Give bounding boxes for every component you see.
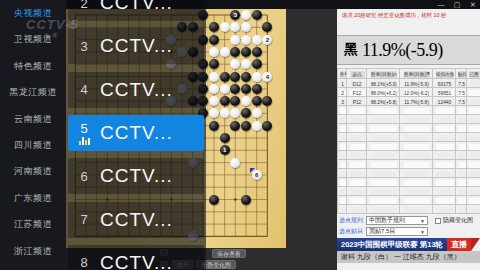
- cell: [468, 88, 479, 95]
- cell: [457, 106, 466, 113]
- empty-row: [338, 124, 480, 133]
- rule-label: 选点规则: [339, 216, 363, 225]
- cell: 60175: [435, 79, 453, 86]
- empty-row: [338, 115, 480, 124]
- white-stone: 4: [262, 72, 272, 82]
- channel-number: 5: [68, 121, 100, 145]
- cell: [457, 133, 466, 140]
- cell: [468, 178, 479, 185]
- black-stone: [241, 195, 251, 205]
- black-stone: [220, 72, 230, 82]
- cell: [370, 133, 396, 140]
- cell: [349, 115, 365, 122]
- black-stone: [209, 121, 219, 131]
- cell: [468, 124, 479, 131]
- cell: [370, 124, 396, 131]
- black-stone: [252, 59, 262, 69]
- empty-row: [338, 151, 480, 160]
- empty-row: [338, 133, 480, 142]
- checkbox-box[interactable]: [435, 218, 441, 224]
- empty-row: [338, 169, 480, 178]
- cell: [457, 169, 466, 176]
- maximize-button[interactable]: ▢: [452, 0, 462, 9]
- white-stone: [230, 35, 240, 45]
- candidate-row[interactable]: 3P1288.2%(+5.8)11.7%(-5.8)124407.5: [338, 97, 480, 106]
- cell: [349, 196, 365, 203]
- watermark-logo: CCTV-5: [26, 17, 78, 32]
- empty-row: [338, 106, 480, 115]
- checkbox-label: 隐藏变化图: [443, 216, 473, 225]
- cell: [370, 151, 396, 158]
- white-stone: [220, 22, 230, 32]
- channel-row-7[interactable]: 7CCTV...: [68, 202, 204, 238]
- channel-row-5[interactable]: 5CCTV...: [68, 115, 204, 151]
- sidebar-item-4[interactable]: 云南频道: [0, 108, 66, 130]
- white-stone: [241, 35, 251, 45]
- cell: 88.1%(+5.9): [370, 79, 396, 86]
- cell: [403, 133, 429, 140]
- black-stone: [252, 84, 262, 94]
- black-stone: [230, 72, 240, 82]
- cell: [468, 205, 479, 212]
- watermark-sub: 体育: [26, 32, 78, 38]
- cell: D12: [349, 79, 365, 86]
- black-stone: [220, 133, 230, 143]
- cell: [338, 187, 345, 194]
- cell: [349, 160, 365, 167]
- channel-number: 4: [68, 82, 100, 97]
- cell: [468, 187, 479, 194]
- chevron-down-icon: ▼: [420, 229, 425, 235]
- cell: [403, 196, 429, 203]
- black-stone: [241, 121, 251, 131]
- cell: [338, 178, 345, 185]
- black-stone: [241, 47, 251, 57]
- cell: [403, 187, 429, 194]
- cell: [338, 106, 345, 113]
- cell: [338, 196, 345, 203]
- cell: [349, 187, 365, 194]
- sidebar-item-6[interactable]: 河南频道: [0, 160, 66, 182]
- analysis-status-text: 请求 20路研究 绝艺变化图成功，耗时 10 秒: [342, 12, 446, 20]
- cell: [468, 97, 479, 104]
- cell: [457, 142, 466, 149]
- cell: [403, 124, 429, 131]
- channel-number-text: 5: [80, 121, 87, 136]
- cell: [468, 169, 479, 176]
- cell: 88.2%(+5.8): [370, 97, 396, 104]
- cell: [435, 106, 453, 113]
- cell: 7.5: [457, 88, 466, 95]
- channel-number-text: 4: [80, 82, 87, 97]
- cell: [457, 124, 466, 131]
- cell: [370, 178, 396, 185]
- black-winrate-value: 11.9%(-5.9): [362, 40, 443, 61]
- col-header: 模拟次数: [435, 70, 453, 78]
- channel-number: 6: [68, 169, 100, 184]
- channel-row-2[interactable]: 2CCTV...: [68, 0, 204, 21]
- cell: [435, 205, 453, 212]
- cell: [370, 169, 396, 176]
- black-stone: [220, 96, 230, 106]
- chevron-down-icon: ▼: [420, 218, 425, 224]
- now-playing-equalizer-icon: [79, 137, 90, 145]
- black-stone: [209, 35, 219, 45]
- cell: [457, 160, 466, 167]
- black-stone: [209, 195, 219, 205]
- white-stone: [220, 47, 230, 57]
- white-stone: [230, 158, 240, 168]
- cell: [338, 160, 345, 167]
- cell: [403, 151, 429, 158]
- channel-number: 3: [68, 39, 100, 54]
- black-stone: [252, 96, 262, 106]
- channel-label: CCTV...: [100, 0, 173, 14]
- sidebar-item-10[interactable]: 山东频道: [0, 266, 66, 270]
- candidate-moves-table: 序号选点胜率(目数)白胜率(目数)黑模拟次数贴目已用1D1288.1%(+5.9…: [337, 68, 480, 214]
- cell: [349, 151, 365, 158]
- white-stone: [252, 72, 262, 82]
- cell: [338, 205, 345, 212]
- cell: [468, 133, 479, 140]
- cell: [403, 205, 429, 212]
- channel-row-4[interactable]: 4CCTV...: [68, 72, 204, 108]
- channel-number-text: 3: [80, 39, 87, 54]
- channel-number-text: 6: [80, 169, 87, 184]
- white-stone: [252, 121, 262, 131]
- channel-number-text: 8: [80, 255, 87, 270]
- cell: [338, 151, 345, 158]
- banner-arrow-shape: [471, 238, 480, 251]
- cell: [403, 142, 429, 149]
- cell: 59651: [435, 88, 453, 95]
- white-stone: 2: [262, 35, 272, 45]
- cell: [457, 187, 466, 194]
- cell: [403, 178, 429, 185]
- empty-row: [338, 187, 480, 196]
- cell: [370, 115, 396, 122]
- cell: [457, 178, 466, 185]
- cell: [370, 160, 396, 167]
- cell: [403, 115, 429, 122]
- players-line: 谢科 九段（白） 一 江维杰 九段（黑）: [337, 251, 480, 263]
- sidebar-item-9[interactable]: 浙江频道: [0, 240, 66, 262]
- cell: [468, 79, 479, 86]
- empty-row: [338, 205, 480, 214]
- cell: 7.5: [457, 97, 466, 104]
- sidebar-item-7[interactable]: 广东频道: [0, 187, 66, 209]
- white-stone: [252, 35, 262, 45]
- empty-row: [338, 178, 480, 187]
- cell: [468, 160, 479, 167]
- live-badge: 直播: [447, 238, 471, 251]
- hide-variation-checkbox[interactable]: 隐藏变化图: [435, 216, 473, 225]
- window-controls: — ▢ ✕: [436, 0, 478, 9]
- cell: [338, 169, 345, 176]
- close-button[interactable]: ✕: [468, 0, 478, 9]
- channel-label: CCTV...: [100, 209, 173, 231]
- cell: [468, 151, 479, 158]
- channel-label: CCTV...: [100, 79, 173, 101]
- cell: 11.7%(-5.8): [403, 97, 429, 104]
- channel-number-text: 2: [80, 0, 87, 11]
- cell: [435, 187, 453, 194]
- candidate-row[interactable]: 1D1288.1%(+5.9)11.9%(-5.9)601757.5: [338, 79, 480, 88]
- channel-row-3[interactable]: 3CCTV...: [68, 28, 204, 64]
- cell: [457, 205, 466, 212]
- komi-select-value: 黑贴7.5目: [369, 227, 395, 236]
- komi-label: 选点贴目: [339, 227, 363, 236]
- cell: [349, 124, 365, 131]
- cell: [403, 169, 429, 176]
- channel-number-text: 7: [80, 212, 87, 227]
- channel-number: 2: [68, 0, 100, 11]
- cell: [370, 196, 396, 203]
- rule-row: 选点规则 中国数子规则 ▼ 隐藏变化图: [339, 215, 480, 226]
- cell: [349, 169, 365, 176]
- white-stone: [241, 10, 251, 20]
- cell: 2: [338, 88, 345, 95]
- cell: [435, 178, 453, 185]
- cell: 3: [338, 97, 345, 104]
- cell: [468, 196, 479, 203]
- cell: 1: [338, 79, 345, 86]
- cell: [370, 187, 396, 194]
- cell: [435, 133, 453, 140]
- empty-row: [338, 160, 480, 169]
- event-title: 2023中国围棋甲级联赛 第13轮: [337, 238, 447, 251]
- black-label: 黑: [344, 41, 358, 59]
- white-stone: [209, 72, 219, 82]
- channel-label: CCTV...: [100, 35, 173, 57]
- channel-number: 7: [68, 212, 100, 227]
- cell: [349, 205, 365, 212]
- cell: [435, 196, 453, 203]
- cell: [457, 115, 466, 122]
- channel-label: CCTV...: [100, 252, 173, 270]
- cell: [435, 115, 453, 122]
- cell: [349, 178, 365, 185]
- cell: [338, 142, 345, 149]
- sidebar-item-3[interactable]: 黑龙江频道: [0, 81, 66, 103]
- black-stone: 1: [220, 145, 230, 155]
- screen: 32416 保存查看 数子 形势变化图 请求 20路研究 绝艺变化图成功，耗时 …: [0, 0, 480, 270]
- cell: [435, 151, 453, 158]
- cell: 7.5: [457, 79, 466, 86]
- cell: [468, 115, 479, 122]
- cell: [457, 196, 466, 203]
- channel-label: CCTV...: [100, 165, 173, 187]
- sidebar-item-8[interactable]: 江苏频道: [0, 213, 66, 235]
- cell: 12.0%(-6.2): [403, 88, 429, 95]
- black-stone: [230, 121, 240, 131]
- white-stone: [209, 47, 219, 57]
- cell: [338, 124, 345, 131]
- col-header: 选点: [349, 70, 365, 78]
- rule-select-value: 中国数子规则: [369, 216, 405, 225]
- white-stone: [220, 84, 230, 94]
- cell: 11.9%(-5.9): [403, 79, 429, 86]
- cell: F12: [349, 88, 365, 95]
- channel-row-8[interactable]: 8CCTV...: [68, 245, 204, 270]
- col-header: 胜率(目数)黑: [403, 70, 429, 78]
- cell: [435, 142, 453, 149]
- col-header: 已用: [468, 70, 479, 78]
- cell: P12: [349, 97, 365, 104]
- cctv5-watermark: CCTV-5 体育: [26, 17, 78, 38]
- cell: 88.0%(+6.2): [370, 88, 396, 95]
- cell: [435, 160, 453, 167]
- cell: [468, 106, 479, 113]
- komi-select[interactable]: 黑贴7.5目 ▼: [366, 227, 428, 236]
- empty-row: [338, 142, 480, 151]
- komi-row: 选点贴目 黑贴7.5目 ▼: [339, 226, 480, 237]
- cell: [349, 133, 365, 140]
- minimize-button[interactable]: —: [436, 0, 446, 9]
- black-stone: [252, 10, 262, 20]
- sidebar-item-2[interactable]: 特色频道: [0, 55, 66, 77]
- cell: [338, 115, 345, 122]
- cell: [468, 142, 479, 149]
- table-header-row: 序号选点胜率(目数)白胜率(目数)黑模拟次数贴目已用: [338, 69, 480, 79]
- cell: [457, 151, 466, 158]
- cell: [349, 106, 365, 113]
- channel-row-6[interactable]: 6CCTV...: [68, 158, 204, 194]
- cell: [403, 106, 429, 113]
- black-stone: [252, 47, 262, 57]
- channel-list: 2CCTV...3CCTV...4CCTV...5CCTV...6CCTV...…: [66, 0, 206, 270]
- empty-row: [338, 196, 480, 205]
- col-header: 贴目: [457, 70, 466, 78]
- cell: [370, 205, 396, 212]
- col-header: 胜率(目数)白: [370, 70, 396, 78]
- cell: [370, 106, 396, 113]
- candidate-row[interactable]: 2F1288.0%(+6.2)12.0%(-6.2)596517.5: [338, 88, 480, 97]
- category-sidebar: 央视频道卫视频道特色频道黑龙江频道云南频道四川频道河南频道广东频道江苏频道浙江频…: [0, 0, 66, 270]
- save-view-button[interactable]: 保存查看: [212, 249, 246, 258]
- current-move-marker-icon: [250, 168, 255, 173]
- cell: [370, 142, 396, 149]
- col-header: 序号: [338, 70, 345, 78]
- winrate-strip: 黑 11.9%(-5.9): [337, 35, 480, 65]
- cell: [403, 160, 429, 167]
- white-stone: [209, 84, 219, 94]
- black-stone: [241, 72, 251, 82]
- cell: [435, 124, 453, 131]
- sidebar-item-5[interactable]: 四川频道: [0, 134, 66, 156]
- channel-label: CCTV...: [100, 122, 173, 144]
- channel-number: 8: [68, 255, 100, 270]
- cell: [349, 142, 365, 149]
- cell: 12440: [435, 97, 453, 104]
- cell: [338, 133, 345, 140]
- rule-select[interactable]: 中国数子规则 ▼: [366, 216, 428, 225]
- cell: [435, 169, 453, 176]
- event-banner: 2023中国围棋甲级联赛 第13轮 直播: [337, 238, 480, 251]
- black-stone: [241, 84, 251, 94]
- analysis-panel: 请求 20路研究 绝艺变化图成功，耗时 10 秒 黑 11.9%(-5.9) 序…: [337, 9, 480, 270]
